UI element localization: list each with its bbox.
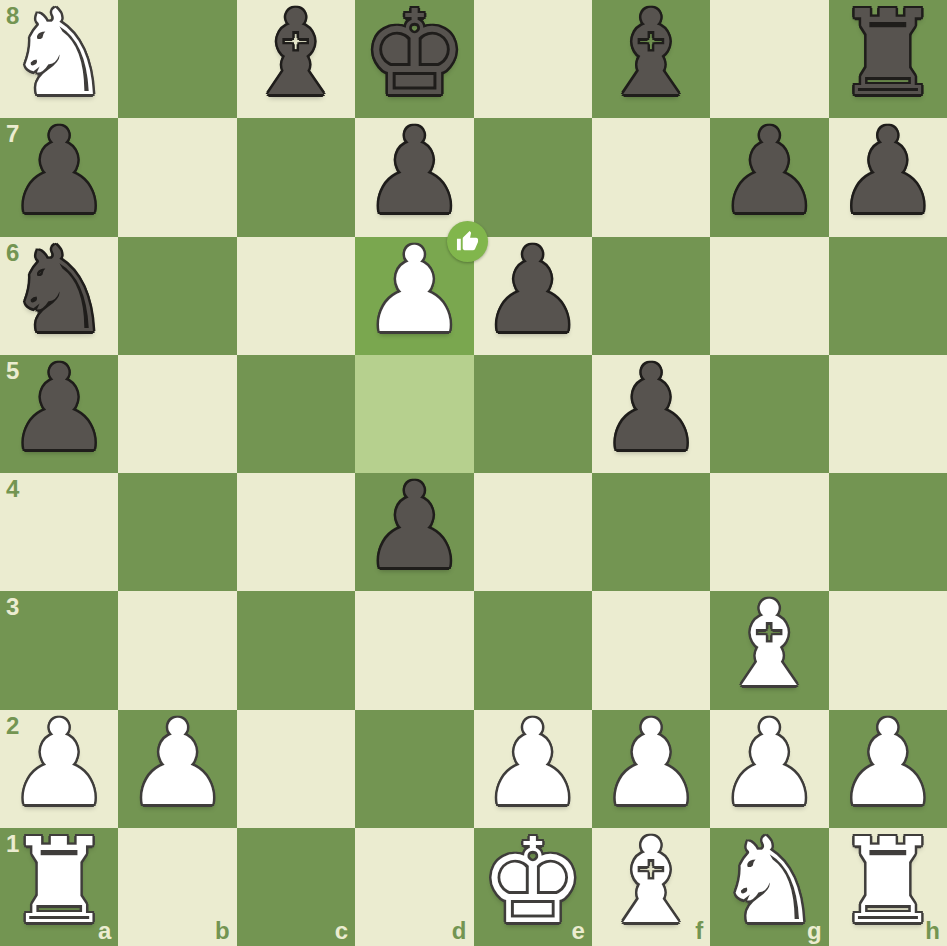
chess-board: 8♞♝♚♝♜7♟♟♟♟6♞♟♟5♟♟4♟3♝2♟♟♟♟♟♟1a♜bcde♚f♝g… <box>0 0 947 946</box>
white-pawn[interactable]: ♟ <box>361 231 467 349</box>
black-pawn[interactable]: ♟ <box>598 349 704 467</box>
square-d1[interactable]: d <box>355 828 473 946</box>
square-e7[interactable] <box>474 118 592 236</box>
square-h8[interactable]: ♜ <box>829 0 947 118</box>
square-f2[interactable]: ♟ <box>592 710 710 828</box>
white-pawn[interactable]: ♟ <box>835 704 941 822</box>
square-h2[interactable]: ♟ <box>829 710 947 828</box>
square-h4[interactable] <box>829 473 947 591</box>
rank-label-4: 4 <box>6 477 19 501</box>
square-c4[interactable] <box>237 473 355 591</box>
black-pawn[interactable]: ♟ <box>6 349 112 467</box>
square-h6[interactable] <box>829 237 947 355</box>
square-a8[interactable]: 8♞ <box>0 0 118 118</box>
white-king[interactable]: ♚ <box>480 822 586 940</box>
square-c1[interactable]: c <box>237 828 355 946</box>
square-e1[interactable]: e♚ <box>474 828 592 946</box>
square-e8[interactable] <box>474 0 592 118</box>
black-bishop[interactable]: ♝ <box>243 0 349 112</box>
square-a1[interactable]: 1a♜ <box>0 828 118 946</box>
square-e2[interactable]: ♟ <box>474 710 592 828</box>
black-pawn[interactable]: ♟ <box>480 231 586 349</box>
white-rook[interactable]: ♜ <box>835 822 941 940</box>
square-c2[interactable] <box>237 710 355 828</box>
black-knight[interactable]: ♞ <box>6 231 112 349</box>
square-g2[interactable]: ♟ <box>710 710 828 828</box>
white-bishop[interactable]: ♝ <box>598 822 704 940</box>
square-d5[interactable] <box>355 355 473 473</box>
square-d3[interactable] <box>355 591 473 709</box>
square-g8[interactable] <box>710 0 828 118</box>
square-a3[interactable]: 3 <box>0 591 118 709</box>
file-label-b: b <box>215 919 230 943</box>
square-b5[interactable] <box>118 355 236 473</box>
square-d7[interactable]: ♟ <box>355 118 473 236</box>
square-h5[interactable] <box>829 355 947 473</box>
square-c5[interactable] <box>237 355 355 473</box>
white-pawn[interactable]: ♟ <box>6 704 112 822</box>
square-f8[interactable]: ♝ <box>592 0 710 118</box>
square-b1[interactable]: b <box>118 828 236 946</box>
square-h3[interactable] <box>829 591 947 709</box>
square-g1[interactable]: g♞ <box>710 828 828 946</box>
square-a7[interactable]: 7♟ <box>0 118 118 236</box>
square-c6[interactable] <box>237 237 355 355</box>
white-rook[interactable]: ♜ <box>6 822 112 940</box>
square-a4[interactable]: 4 <box>0 473 118 591</box>
square-b8[interactable] <box>118 0 236 118</box>
rank-label-3: 3 <box>6 595 19 619</box>
white-knight[interactable]: ♞ <box>717 822 823 940</box>
white-knight[interactable]: ♞ <box>6 0 112 112</box>
black-bishop[interactable]: ♝ <box>598 0 704 112</box>
square-g6[interactable] <box>710 237 828 355</box>
square-c8[interactable]: ♝ <box>237 0 355 118</box>
white-pawn[interactable]: ♟ <box>717 704 823 822</box>
square-h1[interactable]: h♜ <box>829 828 947 946</box>
square-f1[interactable]: f♝ <box>592 828 710 946</box>
square-a5[interactable]: 5♟ <box>0 355 118 473</box>
square-f5[interactable]: ♟ <box>592 355 710 473</box>
square-b6[interactable] <box>118 237 236 355</box>
black-rook[interactable]: ♜ <box>835 0 941 112</box>
square-h7[interactable]: ♟ <box>829 118 947 236</box>
black-king[interactable]: ♚ <box>361 0 467 112</box>
white-pawn[interactable]: ♟ <box>480 704 586 822</box>
square-g3[interactable]: ♝ <box>710 591 828 709</box>
square-b7[interactable] <box>118 118 236 236</box>
square-g4[interactable] <box>710 473 828 591</box>
black-pawn[interactable]: ♟ <box>717 112 823 230</box>
square-d8[interactable]: ♚ <box>355 0 473 118</box>
square-e6[interactable]: ♟ <box>474 237 592 355</box>
square-c7[interactable] <box>237 118 355 236</box>
square-d2[interactable] <box>355 710 473 828</box>
file-label-d: d <box>452 919 467 943</box>
square-f4[interactable] <box>592 473 710 591</box>
square-a6[interactable]: 6♞ <box>0 237 118 355</box>
white-bishop[interactable]: ♝ <box>717 585 823 703</box>
square-e4[interactable] <box>474 473 592 591</box>
square-f3[interactable] <box>592 591 710 709</box>
black-pawn[interactable]: ♟ <box>361 467 467 585</box>
square-f6[interactable] <box>592 237 710 355</box>
square-d6[interactable]: ♟ <box>355 237 473 355</box>
square-g7[interactable]: ♟ <box>710 118 828 236</box>
square-e5[interactable] <box>474 355 592 473</box>
square-b2[interactable]: ♟ <box>118 710 236 828</box>
black-pawn[interactable]: ♟ <box>361 112 467 230</box>
square-c3[interactable] <box>237 591 355 709</box>
square-b3[interactable] <box>118 591 236 709</box>
square-b4[interactable] <box>118 473 236 591</box>
white-pawn[interactable]: ♟ <box>598 704 704 822</box>
black-pawn[interactable]: ♟ <box>835 112 941 230</box>
black-pawn[interactable]: ♟ <box>6 112 112 230</box>
square-d4[interactable]: ♟ <box>355 473 473 591</box>
square-g5[interactable] <box>710 355 828 473</box>
white-pawn[interactable]: ♟ <box>125 704 231 822</box>
square-e3[interactable] <box>474 591 592 709</box>
file-label-c: c <box>335 919 348 943</box>
square-f7[interactable] <box>592 118 710 236</box>
square-a2[interactable]: 2♟ <box>0 710 118 828</box>
